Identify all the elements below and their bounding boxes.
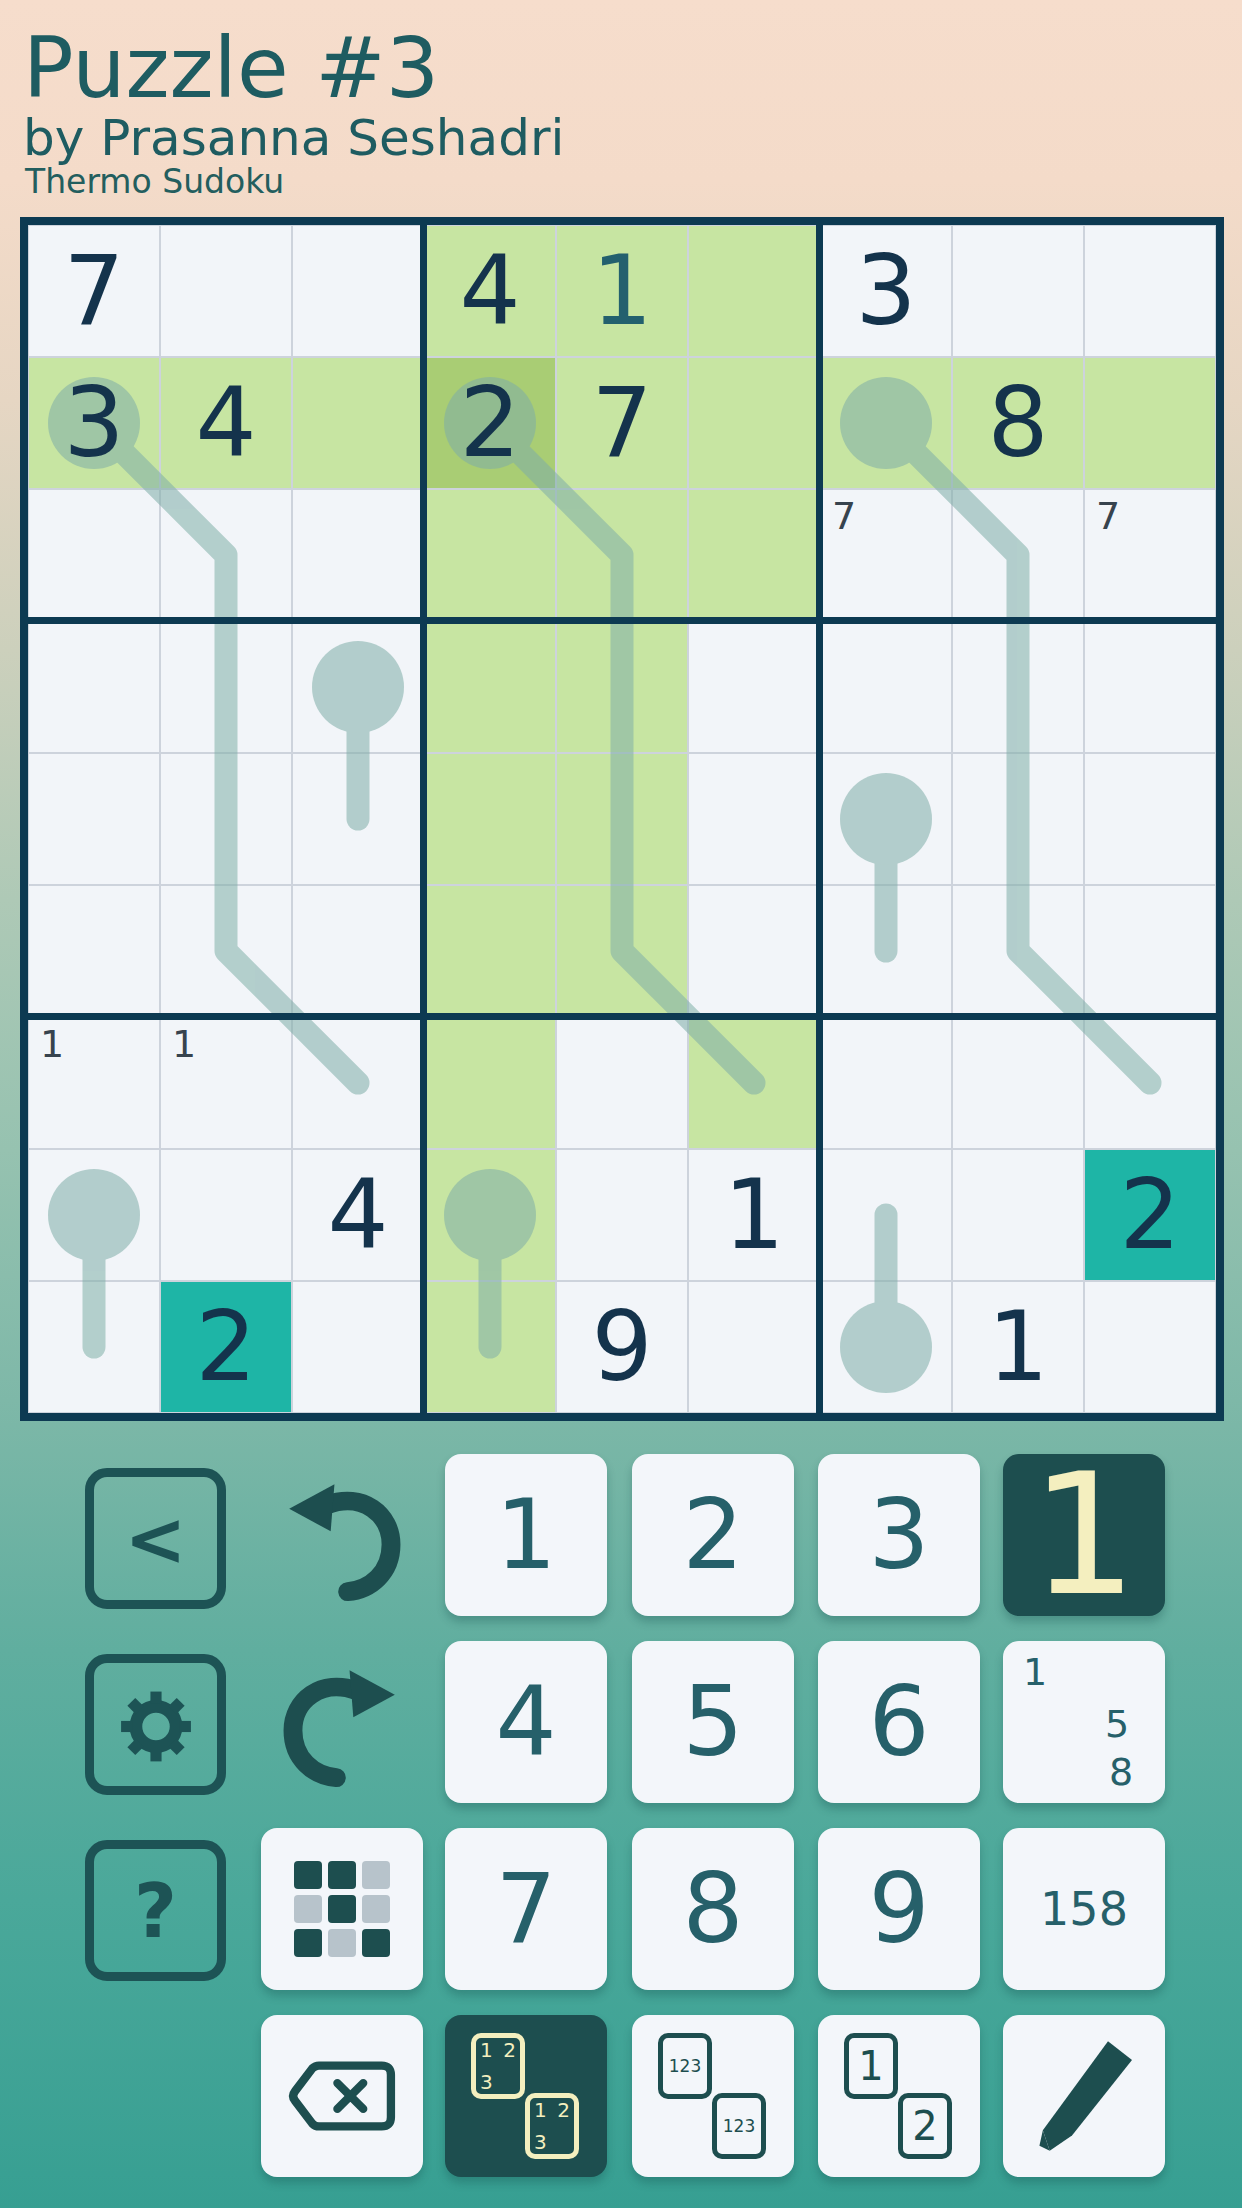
cell-r6c7[interactable] <box>820 885 952 1017</box>
cell-r1c1[interactable] <box>28 225 160 357</box>
mini-digit: 2 <box>557 2098 570 2122</box>
cell-r3c8[interactable] <box>952 489 1084 621</box>
cell-r1c5[interactable] <box>556 225 688 357</box>
digit-label: 9 <box>868 1853 929 1965</box>
cell-r3c7[interactable] <box>820 489 952 621</box>
cell-r8c7[interactable] <box>820 1149 952 1281</box>
undo-icon <box>276 1467 408 1607</box>
cell-r7c2[interactable] <box>160 1017 292 1149</box>
digit-label: 1 <box>495 1479 556 1591</box>
cell-r5c9[interactable] <box>1084 753 1216 885</box>
digit-label: 8 <box>682 1853 743 1965</box>
corner-preview-digit: 5 <box>1105 1705 1129 1743</box>
cell-r7c9[interactable] <box>1084 1017 1216 1149</box>
cell-r5c6[interactable] <box>688 753 820 885</box>
help-button[interactable]: ? <box>85 1840 226 1981</box>
selected-digit-label: 1 <box>1031 1437 1138 1633</box>
cell-r7c6[interactable] <box>688 1017 820 1149</box>
cell-r9c6[interactable] <box>688 1281 820 1413</box>
center-marks-icon: 123 123 <box>632 2015 794 2177</box>
cell-r1c4[interactable] <box>424 225 556 357</box>
cell-r2c9[interactable] <box>1084 357 1216 489</box>
cell-r4c5[interactable] <box>556 621 688 753</box>
cell-r3c1[interactable] <box>28 489 160 621</box>
mini-digit: 3 <box>534 2130 547 2154</box>
corner-marks-icon: 1 2 3 1 2 3 <box>445 2015 607 2177</box>
help-question-icon: ? <box>134 1868 177 1954</box>
cell-r6c8[interactable] <box>952 885 1084 1017</box>
cell-r1c2[interactable] <box>160 225 292 357</box>
redo-button[interactable] <box>272 1648 412 1798</box>
layout-button[interactable] <box>261 1828 423 1990</box>
cell-r9c8[interactable] <box>952 1281 1084 1413</box>
cell-r9c4[interactable] <box>424 1281 556 1413</box>
digit-label: 6 <box>868 1666 929 1778</box>
cell-r6c2[interactable] <box>160 885 292 1017</box>
cell-r9c1[interactable] <box>28 1281 160 1413</box>
cell-r4c1[interactable] <box>28 621 160 753</box>
back-chevron-icon: < <box>124 1496 186 1582</box>
cell-r6c1[interactable] <box>28 885 160 1017</box>
cell-r7c7[interactable] <box>820 1017 952 1149</box>
cell-r4c4[interactable] <box>424 621 556 753</box>
digit-label: 7 <box>495 1853 556 1965</box>
cell-r6c6[interactable] <box>688 885 820 1017</box>
cell-r3c6[interactable] <box>688 489 820 621</box>
digit-label: 3 <box>868 1479 929 1591</box>
cell-r2c2[interactable] <box>160 357 292 489</box>
cell-r4c8[interactable] <box>952 621 1084 753</box>
mini-digit: 1 <box>534 2098 547 2122</box>
mini-digit: 2 <box>503 2038 516 2062</box>
cell-r8c5[interactable] <box>556 1149 688 1281</box>
corner-mark-mode-button[interactable]: 1 2 3 1 2 3 <box>445 2015 607 2177</box>
sudoku-board: 7433427841229117711 <box>20 217 1224 1421</box>
cell-r5c5[interactable] <box>556 753 688 885</box>
cell-r1c8[interactable] <box>952 225 1084 357</box>
cell-r6c9[interactable] <box>1084 885 1216 1017</box>
cell-r5c8[interactable] <box>952 753 1084 885</box>
grid-layout-icon <box>294 1861 390 1957</box>
cell-r6c4[interactable] <box>424 885 556 1017</box>
cell-r9c7[interactable] <box>820 1281 952 1413</box>
digit-label: 4 <box>495 1666 556 1778</box>
cell-r3c3[interactable] <box>292 489 424 621</box>
back-button[interactable]: < <box>85 1468 226 1609</box>
cell-r8c1[interactable] <box>28 1149 160 1281</box>
cell-r8c9[interactable] <box>1084 1149 1216 1281</box>
cell-r3c9[interactable] <box>1084 489 1216 621</box>
cell-r4c7[interactable] <box>820 621 952 753</box>
mini-digit: 2 <box>903 2098 947 2154</box>
cell-r5c1[interactable] <box>28 753 160 885</box>
cell-r1c9[interactable] <box>1084 225 1216 357</box>
cell-r4c3[interactable] <box>292 621 424 753</box>
cell-r2c7[interactable] <box>820 357 952 489</box>
cell-r4c6[interactable] <box>688 621 820 753</box>
cell-layer <box>28 225 1216 1413</box>
cell-r7c5[interactable] <box>556 1017 688 1149</box>
cell-r2c8[interactable] <box>952 357 1084 489</box>
cell-r3c4[interactable] <box>424 489 556 621</box>
cell-r3c5[interactable] <box>556 489 688 621</box>
gear-icon <box>104 1673 208 1777</box>
cell-r2c1[interactable] <box>28 357 160 489</box>
cell-r8c8[interactable] <box>952 1149 1084 1281</box>
cell-r1c6[interactable] <box>688 225 820 357</box>
cell-r8c2[interactable] <box>160 1149 292 1281</box>
cell-r8c4[interactable] <box>424 1149 556 1281</box>
digit-label: 5 <box>682 1666 743 1778</box>
cell-r2c5[interactable] <box>556 357 688 489</box>
cell-r6c5[interactable] <box>556 885 688 1017</box>
selected-digit-button[interactable]: 1 <box>1003 1454 1165 1616</box>
pair-mode-button[interactable]: 1 2 <box>818 2015 980 2177</box>
cell-r7c3[interactable] <box>292 1017 424 1149</box>
digit-button-1[interactable]: 1 <box>445 1454 607 1616</box>
center-marks-preview-button[interactable]: 158 <box>1003 1828 1165 1990</box>
mini-digit: 1 <box>849 2038 893 2094</box>
cell-r5c2[interactable] <box>160 753 292 885</box>
cell-r5c7[interactable] <box>820 753 952 885</box>
digit-button-6[interactable]: 6 <box>818 1641 980 1803</box>
puzzle-type: Thermo Sudoku <box>25 162 284 202</box>
cell-r2c4[interactable] <box>424 357 556 489</box>
center-preview-text: 158 <box>1040 1882 1128 1936</box>
digit-button-4[interactable]: 4 <box>445 1641 607 1803</box>
backspace-icon <box>282 2054 402 2138</box>
digit-button-2[interactable]: 2 <box>632 1454 794 1616</box>
cell-r9c2[interactable] <box>160 1281 292 1413</box>
digit-button-9[interactable]: 9 <box>818 1828 980 1990</box>
cell-r9c5[interactable] <box>556 1281 688 1413</box>
mini-digit: 1 <box>480 2038 493 2062</box>
app-screen: Puzzle #3 by Prasanna Seshadri Thermo Su… <box>0 0 1242 2208</box>
center-mark-mode-button[interactable]: 123 123 <box>632 2015 794 2177</box>
cell-r2c3[interactable] <box>292 357 424 489</box>
cell-r1c3[interactable] <box>292 225 424 357</box>
cell-r7c8[interactable] <box>952 1017 1084 1149</box>
cell-r1c7[interactable] <box>820 225 952 357</box>
digit-button-3[interactable]: 3 <box>818 1454 980 1616</box>
corner-marks-preview-button[interactable]: 1 5 8 <box>1003 1641 1165 1803</box>
erase-button[interactable] <box>261 2015 423 2177</box>
cell-r7c4[interactable] <box>424 1017 556 1149</box>
pair-marks-icon: 1 2 <box>818 2015 980 2177</box>
digit-label: 2 <box>682 1479 743 1591</box>
digit-button-8[interactable]: 8 <box>632 1828 794 1990</box>
cell-r2c6[interactable] <box>688 357 820 489</box>
pen-mode-button[interactable] <box>1003 2015 1165 2177</box>
cell-r5c4[interactable] <box>424 753 556 885</box>
cell-r9c3[interactable] <box>292 1281 424 1413</box>
cell-r6c3[interactable] <box>292 885 424 1017</box>
redo-icon <box>276 1653 408 1793</box>
cell-r3c2[interactable] <box>160 489 292 621</box>
cell-r8c3[interactable] <box>292 1149 424 1281</box>
cell-r9c9[interactable] <box>1084 1281 1216 1413</box>
mini-text: 123 <box>663 2038 707 2094</box>
cell-r7c1[interactable] <box>28 1017 160 1149</box>
digit-button-5[interactable]: 5 <box>632 1641 794 1803</box>
corner-preview-digit: 1 <box>1023 1653 1047 1691</box>
digit-button-7[interactable]: 7 <box>445 1828 607 1990</box>
settings-button[interactable] <box>85 1654 226 1795</box>
mini-digit: 3 <box>480 2070 493 2094</box>
puzzle-author: by Prasanna Seshadri <box>23 108 564 168</box>
cell-r4c9[interactable] <box>1084 621 1216 753</box>
pen-icon <box>1024 2030 1144 2162</box>
page-title: Puzzle #3 <box>23 18 439 119</box>
cell-r4c2[interactable] <box>160 621 292 753</box>
mini-text: 123 <box>717 2098 761 2154</box>
cell-r5c3[interactable] <box>292 753 424 885</box>
corner-preview-digit: 8 <box>1109 1753 1133 1791</box>
undo-button[interactable] <box>272 1462 412 1612</box>
cell-r8c6[interactable] <box>688 1149 820 1281</box>
